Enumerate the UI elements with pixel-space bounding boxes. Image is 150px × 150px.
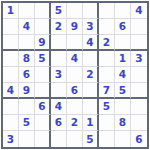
cell-r3c1[interactable] bbox=[3, 35, 19, 51]
cell-r5c6[interactable]: 2 bbox=[83, 67, 99, 83]
cell-r6c1[interactable]: 4 bbox=[3, 83, 19, 99]
cell-r7c1[interactable] bbox=[3, 99, 19, 115]
sudoku-board: 154429369428541363244967564556218356 bbox=[1, 1, 149, 149]
cell-r5c5[interactable] bbox=[67, 67, 83, 83]
cell-r4c7[interactable] bbox=[99, 51, 115, 67]
cell-r8c2[interactable]: 5 bbox=[19, 115, 35, 131]
cell-r5c9[interactable] bbox=[131, 67, 147, 83]
cell-r3c9[interactable] bbox=[131, 35, 147, 51]
cell-r6c6[interactable] bbox=[83, 83, 99, 99]
cell-r8c6[interactable]: 1 bbox=[83, 115, 99, 131]
cell-r4c8[interactable]: 1 bbox=[115, 51, 131, 67]
cell-r3c8[interactable] bbox=[115, 35, 131, 51]
cell-r3c7[interactable]: 2 bbox=[99, 35, 115, 51]
cell-r3c4[interactable] bbox=[51, 35, 67, 51]
cell-r7c7[interactable]: 5 bbox=[99, 99, 115, 115]
cell-r1c5[interactable] bbox=[67, 3, 83, 19]
cell-r9c2[interactable] bbox=[19, 131, 35, 147]
cell-r1c8[interactable] bbox=[115, 3, 131, 19]
cell-r6c7[interactable]: 7 bbox=[99, 83, 115, 99]
cell-r5c2[interactable]: 6 bbox=[19, 67, 35, 83]
cell-r1c3[interactable] bbox=[35, 3, 51, 19]
cell-r7c6[interactable] bbox=[83, 99, 99, 115]
cell-r6c8[interactable]: 5 bbox=[115, 83, 131, 99]
cell-r7c4[interactable]: 4 bbox=[51, 99, 67, 115]
cell-r2c7[interactable] bbox=[99, 19, 115, 35]
cell-r9c9[interactable]: 6 bbox=[131, 131, 147, 147]
cell-r8c7[interactable] bbox=[99, 115, 115, 131]
cell-r2c9[interactable] bbox=[131, 19, 147, 35]
cell-r8c1[interactable] bbox=[3, 115, 19, 131]
cell-r5c4[interactable]: 3 bbox=[51, 67, 67, 83]
cell-r2c5[interactable]: 9 bbox=[67, 19, 83, 35]
cell-r9c3[interactable] bbox=[35, 131, 51, 147]
cell-r9c6[interactable]: 5 bbox=[83, 131, 99, 147]
cell-r2c3[interactable] bbox=[35, 19, 51, 35]
cell-r7c9[interactable] bbox=[131, 99, 147, 115]
cell-r7c5[interactable] bbox=[67, 99, 83, 115]
cell-r2c4[interactable]: 2 bbox=[51, 19, 67, 35]
cell-r9c5[interactable] bbox=[67, 131, 83, 147]
cell-r3c3[interactable]: 9 bbox=[35, 35, 51, 51]
cell-r3c2[interactable] bbox=[19, 35, 35, 51]
cell-r8c8[interactable]: 8 bbox=[115, 115, 131, 131]
cell-r4c5[interactable]: 4 bbox=[67, 51, 83, 67]
cell-r2c8[interactable]: 6 bbox=[115, 19, 131, 35]
cell-r9c1[interactable]: 3 bbox=[3, 131, 19, 147]
cell-r1c2[interactable] bbox=[19, 3, 35, 19]
cell-r5c8[interactable]: 4 bbox=[115, 67, 131, 83]
cell-r6c9[interactable] bbox=[131, 83, 147, 99]
cell-r1c6[interactable] bbox=[83, 3, 99, 19]
cell-r8c9[interactable] bbox=[131, 115, 147, 131]
cell-r3c5[interactable] bbox=[67, 35, 83, 51]
cell-r6c4[interactable] bbox=[51, 83, 67, 99]
sudoku-page: 154429369428541363244967564556218356 bbox=[0, 0, 150, 150]
cell-r9c7[interactable] bbox=[99, 131, 115, 147]
cell-r4c6[interactable] bbox=[83, 51, 99, 67]
cell-r1c7[interactable] bbox=[99, 3, 115, 19]
cell-r4c4[interactable] bbox=[51, 51, 67, 67]
cell-r9c4[interactable] bbox=[51, 131, 67, 147]
cell-r8c5[interactable]: 2 bbox=[67, 115, 83, 131]
cell-r8c4[interactable]: 6 bbox=[51, 115, 67, 131]
cell-r4c9[interactable]: 3 bbox=[131, 51, 147, 67]
cell-r1c9[interactable]: 4 bbox=[131, 3, 147, 19]
cell-r7c2[interactable] bbox=[19, 99, 35, 115]
cell-r5c3[interactable] bbox=[35, 67, 51, 83]
cell-r9c8[interactable] bbox=[115, 131, 131, 147]
cell-r6c5[interactable]: 6 bbox=[67, 83, 83, 99]
cell-r2c2[interactable]: 4 bbox=[19, 19, 35, 35]
cell-r3c6[interactable]: 4 bbox=[83, 35, 99, 51]
cell-r7c3[interactable]: 6 bbox=[35, 99, 51, 115]
cell-r5c1[interactable] bbox=[3, 67, 19, 83]
cell-r4c1[interactable] bbox=[3, 51, 19, 67]
cell-r7c8[interactable] bbox=[115, 99, 131, 115]
cell-r6c2[interactable]: 9 bbox=[19, 83, 35, 99]
cell-r1c1[interactable]: 1 bbox=[3, 3, 19, 19]
cell-r1c4[interactable]: 5 bbox=[51, 3, 67, 19]
cell-r5c7[interactable] bbox=[99, 67, 115, 83]
cell-r8c3[interactable] bbox=[35, 115, 51, 131]
cell-r6c3[interactable] bbox=[35, 83, 51, 99]
cell-r4c3[interactable]: 5 bbox=[35, 51, 51, 67]
cell-r2c1[interactable] bbox=[3, 19, 19, 35]
cell-r4c2[interactable]: 8 bbox=[19, 51, 35, 67]
cell-r2c6[interactable]: 3 bbox=[83, 19, 99, 35]
